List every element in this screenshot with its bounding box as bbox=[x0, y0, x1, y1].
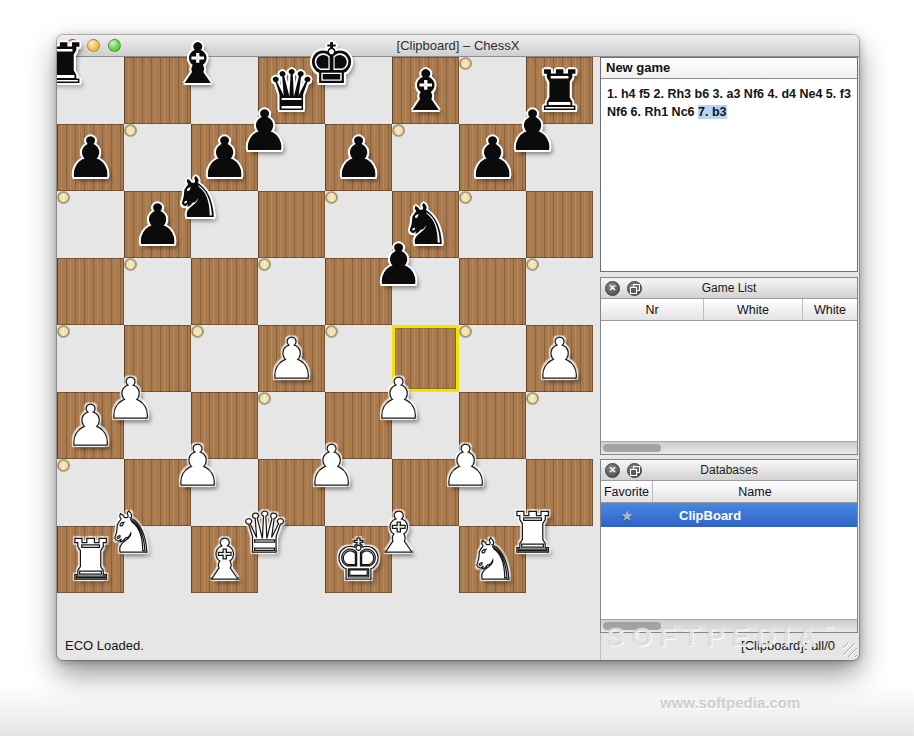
black-rook: ♜ bbox=[534, 63, 584, 119]
square-e3[interactable] bbox=[325, 392, 392, 459]
square-b5[interactable] bbox=[124, 258, 137, 271]
black-pawn: ♟ bbox=[132, 197, 182, 253]
square-e8[interactable]: ♚ bbox=[325, 57, 338, 70]
zoom-window-button[interactable] bbox=[108, 39, 121, 52]
square-d2[interactable] bbox=[258, 459, 325, 526]
game-list-title: Game List bbox=[702, 281, 757, 295]
black-pawn: ♟ bbox=[333, 130, 383, 186]
square-g7[interactable]: ♟ bbox=[459, 124, 526, 191]
square-a3[interactable]: ♟ bbox=[57, 392, 124, 459]
square-a1[interactable]: ♜ bbox=[57, 526, 124, 593]
square-g5[interactable] bbox=[459, 258, 526, 325]
black-pawn: ♟ bbox=[65, 130, 115, 186]
square-h4[interactable]: ♟ bbox=[526, 325, 593, 392]
black-knight: ♞ bbox=[400, 197, 450, 253]
square-h6[interactable] bbox=[526, 191, 593, 258]
moves-text[interactable]: 1. h4 f5 2. Rh3 b6 3. a3 Nf6 4. d4 Ne4 5… bbox=[607, 87, 851, 119]
white-pawn: ♟ bbox=[65, 398, 115, 454]
close-panel-icon[interactable]: ✕ bbox=[605, 281, 620, 296]
window-title: [Clipboard] – ChessX bbox=[397, 38, 520, 53]
square-b4[interactable] bbox=[124, 325, 191, 392]
square-a6[interactable] bbox=[57, 191, 70, 204]
square-c5[interactable] bbox=[191, 258, 258, 325]
square-g3[interactable] bbox=[459, 392, 526, 459]
square-d8[interactable]: ♛ bbox=[258, 57, 325, 124]
white-rook: ♜ bbox=[65, 532, 115, 588]
game-list-body bbox=[601, 321, 857, 441]
square-c4[interactable] bbox=[191, 325, 204, 338]
square-a7[interactable]: ♟ bbox=[57, 124, 124, 191]
square-a2[interactable] bbox=[57, 459, 70, 472]
chess-board: ♜♝♛♚♝♜♟♟♟♟♟♟♟♞♞♟♟♟♟♟♟♟♟♟♜♞♝♛♚♝♞♜ bbox=[57, 57, 593, 593]
minimize-window-button[interactable] bbox=[87, 39, 100, 52]
scrollbar-thumb[interactable] bbox=[603, 444, 661, 452]
square-g2[interactable]: ♟ bbox=[459, 459, 472, 472]
database-name: ClipBoard bbox=[653, 508, 741, 523]
black-bishop: ♝ bbox=[400, 63, 450, 119]
square-b8[interactable] bbox=[124, 57, 191, 124]
square-g1[interactable]: ♞ bbox=[459, 526, 526, 593]
square-e4[interactable] bbox=[325, 325, 338, 338]
database-status: [Clipboard]: all/0 bbox=[600, 633, 859, 660]
game-list-header-row: Nr White White bbox=[601, 299, 857, 321]
traffic-lights bbox=[66, 39, 121, 52]
square-f7[interactable] bbox=[392, 124, 405, 137]
game-info-panel: New game 1. h4 f5 2. Rh3 b6 3. a3 Nf6 4.… bbox=[600, 57, 858, 272]
square-h3[interactable] bbox=[526, 392, 539, 405]
square-g6[interactable] bbox=[459, 191, 472, 204]
square-c8[interactable]: ♝ bbox=[191, 57, 204, 70]
square-b7[interactable] bbox=[124, 124, 137, 137]
database-row-clipboard[interactable]: ★ ClipBoard bbox=[601, 503, 857, 527]
square-d5[interactable] bbox=[258, 258, 271, 271]
square-c7[interactable]: ♟ bbox=[191, 124, 258, 191]
status-bar: ECO Loaded. [Clipboard]: all/0 bbox=[57, 633, 859, 660]
databases-title-bar[interactable]: ✕ Databases bbox=[601, 460, 857, 481]
square-d1[interactable]: ♛ bbox=[258, 526, 271, 539]
square-b3[interactable]: ♟ bbox=[124, 392, 137, 405]
resize-grip[interactable] bbox=[843, 643, 857, 657]
star-icon[interactable]: ★ bbox=[601, 508, 653, 523]
black-pawn: ♟ bbox=[467, 130, 517, 186]
square-h5[interactable] bbox=[526, 258, 539, 271]
column-header-name[interactable]: Name bbox=[653, 481, 857, 502]
column-header-favorite[interactable]: Favorite bbox=[601, 481, 653, 502]
white-knight: ♞ bbox=[467, 532, 517, 588]
square-f5[interactable]: ♟ bbox=[392, 258, 405, 271]
square-c1[interactable]: ♝ bbox=[191, 526, 258, 593]
column-header-white[interactable]: White bbox=[704, 299, 803, 320]
square-e7[interactable]: ♟ bbox=[325, 124, 392, 191]
square-f2[interactable] bbox=[392, 459, 459, 526]
chessx-window: [Clipboard] – ChessX ♜♝♛♚♝♜♟♟♟♟♟♟♟♞♞♟♟♟♟… bbox=[57, 35, 859, 660]
float-panel-icon[interactable] bbox=[627, 281, 642, 296]
game-list-panel: ✕ Game List Nr White White bbox=[600, 277, 858, 455]
close-window-button[interactable] bbox=[66, 39, 79, 52]
watermark-url: www.softpedia.com bbox=[660, 694, 800, 711]
game-header: New game bbox=[601, 58, 857, 79]
square-d4[interactable]: ♟ bbox=[258, 325, 325, 392]
square-h8[interactable]: ♜ bbox=[526, 57, 593, 124]
window-title-bar[interactable]: [Clipboard] – ChessX bbox=[57, 35, 859, 57]
black-queen: ♛ bbox=[266, 63, 316, 119]
white-pawn: ♟ bbox=[266, 331, 316, 387]
float-panel-icon[interactable] bbox=[627, 463, 642, 478]
databases-body bbox=[601, 527, 857, 619]
square-h2[interactable] bbox=[526, 459, 593, 526]
databases-hscrollbar[interactable] bbox=[601, 619, 857, 632]
square-g8[interactable] bbox=[459, 57, 472, 70]
status-message: ECO Loaded. bbox=[65, 633, 144, 659]
databases-title: Databases bbox=[700, 463, 757, 477]
databases-panel: ✕ Databases Favorite Name ★ ClipBoard bbox=[600, 459, 858, 633]
square-g4[interactable] bbox=[459, 325, 472, 338]
square-a8[interactable]: ♜ bbox=[57, 57, 70, 70]
square-e1[interactable]: ♚ bbox=[325, 526, 392, 593]
square-b6[interactable]: ♟ bbox=[124, 191, 191, 258]
close-panel-icon[interactable]: ✕ bbox=[605, 463, 620, 478]
square-e5[interactable] bbox=[325, 258, 392, 325]
selected-move[interactable]: 7. b3 bbox=[698, 105, 727, 119]
white-bishop: ♝ bbox=[199, 532, 249, 588]
white-king: ♚ bbox=[333, 532, 383, 588]
square-b1[interactable]: ♞ bbox=[124, 526, 137, 539]
square-c3[interactable] bbox=[191, 392, 258, 459]
square-c2[interactable]: ♟ bbox=[191, 459, 204, 472]
move-list[interactable]: 1. h4 f5 2. Rh3 b6 3. a3 Nf6 4. d4 Ne4 5… bbox=[601, 79, 857, 127]
square-f8[interactable]: ♝ bbox=[392, 57, 459, 124]
black-pawn: ♟ bbox=[199, 130, 249, 186]
game-list-hscrollbar[interactable] bbox=[601, 441, 857, 454]
game-list-title-bar[interactable]: ✕ Game List bbox=[601, 278, 857, 299]
square-e2[interactable]: ♟ bbox=[325, 459, 338, 472]
square-c6[interactable]: ♞ bbox=[191, 191, 204, 204]
databases-header-row: Favorite Name bbox=[601, 481, 857, 503]
white-pawn: ♟ bbox=[534, 331, 584, 387]
square-d6[interactable] bbox=[258, 191, 325, 258]
square-f1[interactable]: ♝ bbox=[392, 526, 405, 539]
square-f3[interactable]: ♟ bbox=[392, 392, 405, 405]
square-f6[interactable]: ♞ bbox=[392, 191, 459, 258]
square-b2[interactable] bbox=[124, 459, 191, 526]
square-d7[interactable]: ♟ bbox=[258, 124, 271, 137]
square-h1[interactable]: ♜ bbox=[526, 526, 539, 539]
square-a5[interactable] bbox=[57, 258, 124, 325]
scrollbar-thumb[interactable] bbox=[603, 622, 661, 630]
column-header-nr[interactable]: Nr bbox=[601, 299, 704, 320]
square-a4[interactable] bbox=[57, 325, 70, 338]
square-f4[interactable] bbox=[392, 325, 459, 392]
square-e6[interactable] bbox=[325, 191, 338, 204]
square-h7[interactable]: ♟ bbox=[526, 124, 539, 137]
column-header-white-2[interactable]: White bbox=[803, 299, 857, 320]
square-d3[interactable] bbox=[258, 392, 271, 405]
